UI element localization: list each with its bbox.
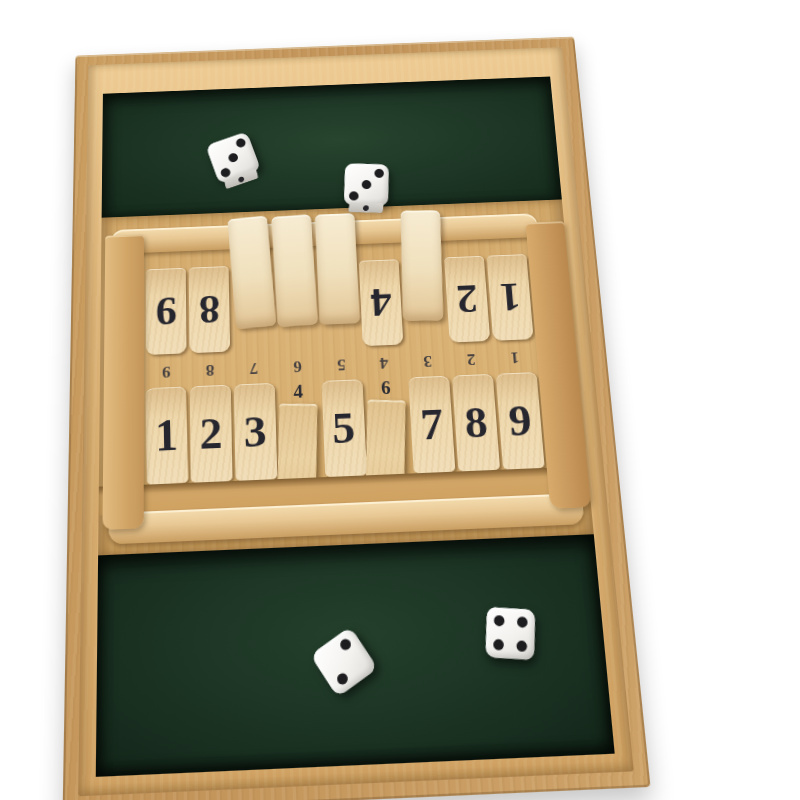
die-bottom-left-pips <box>337 654 352 669</box>
rail-digit-2: 2 <box>450 343 492 370</box>
die-top-right[interactable] <box>344 163 389 205</box>
rail-digit-5: 5 <box>320 348 362 375</box>
near-tile-3-numeral: 3 <box>243 408 267 454</box>
far-tile-2-numeral: 2 <box>455 278 479 320</box>
rail-digit-8: 8 <box>189 353 230 380</box>
rail-digit-4: 4 <box>363 346 405 373</box>
box-tray: 9 8 4 2 1 9 8 7 6 5 4 <box>96 77 615 777</box>
near-tile-8[interactable]: 8 <box>452 374 500 472</box>
near-rail-digit-4: 4 <box>293 382 303 404</box>
rail-digit-9: 9 <box>146 355 187 382</box>
near-tile-9[interactable]: 9 <box>496 372 545 470</box>
far-tile-9-numeral: 9 <box>155 290 176 332</box>
far-tile-row: 9 8 4 2 1 <box>146 201 534 355</box>
far-tile-9[interactable]: 9 <box>146 268 187 355</box>
near-tile-5-numeral: 5 <box>331 405 356 451</box>
near-tile-3[interactable]: 3 <box>234 383 278 481</box>
rail-digit-3: 3 <box>407 345 449 372</box>
near-tile-1-numeral: 1 <box>155 412 179 458</box>
near-tile-8-numeral: 8 <box>463 399 489 445</box>
tile-mechanism: 9 8 4 2 1 9 8 7 6 5 4 <box>98 199 594 555</box>
game-box: 9 8 4 2 1 9 8 7 6 5 4 <box>63 37 651 800</box>
far-tile-3-shut[interactable] <box>401 210 444 320</box>
rail-digit-6: 6 <box>276 350 318 377</box>
far-tile-1[interactable]: 1 <box>487 254 534 341</box>
rail-digit-7: 7 <box>233 352 274 379</box>
left-end-rail <box>102 234 143 530</box>
far-tile-4-numeral: 4 <box>370 282 393 324</box>
far-tile-4[interactable]: 4 <box>359 259 404 346</box>
near-tile-5[interactable]: 5 <box>321 379 366 477</box>
top-felt-dice-tray <box>102 77 562 218</box>
die-bottom-right[interactable] <box>486 607 536 660</box>
far-tile-8-numeral: 8 <box>198 288 220 330</box>
far-tile-8[interactable]: 8 <box>189 266 230 353</box>
far-tile-7-shut[interactable] <box>227 216 276 330</box>
near-tile-7-numeral: 7 <box>419 401 444 447</box>
far-tile-1-numeral: 1 <box>498 276 522 317</box>
near-tile-7[interactable]: 7 <box>408 376 455 474</box>
far-tile-5-shut[interactable] <box>314 213 359 325</box>
near-tile-2-numeral: 2 <box>199 410 222 456</box>
die-bottom-right-pips <box>505 628 516 640</box>
die-top-left-pips <box>227 152 239 163</box>
near-tile-1[interactable]: 1 <box>145 386 189 485</box>
photo-background: 9 8 4 2 1 9 8 7 6 5 4 <box>0 0 800 800</box>
far-tile-6-shut[interactable] <box>271 214 318 327</box>
far-tile-2[interactable]: 2 <box>444 256 490 343</box>
rail-digit-1: 1 <box>493 341 536 368</box>
near-rail-digit-6: 6 <box>380 378 391 400</box>
die-top-right-pips <box>362 180 372 189</box>
near-tile-2[interactable]: 2 <box>190 385 233 483</box>
near-tile-9-numeral: 9 <box>507 398 533 444</box>
